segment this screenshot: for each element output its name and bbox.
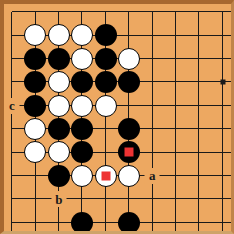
grid-line bbox=[152, 198, 164, 199]
grid-line bbox=[175, 187, 176, 199]
grid-line bbox=[175, 199, 176, 211]
white-stone bbox=[48, 95, 70, 117]
grid-line bbox=[187, 175, 199, 176]
grid-line bbox=[211, 58, 223, 59]
board-cell[interactable] bbox=[141, 117, 164, 140]
board-cell[interactable] bbox=[117, 117, 140, 140]
board-cell[interactable] bbox=[24, 117, 47, 140]
black-stone bbox=[24, 95, 46, 117]
board-cell[interactable] bbox=[94, 0, 117, 23]
grid-line bbox=[11, 59, 12, 71]
grid-line bbox=[199, 81, 211, 82]
grid-line bbox=[222, 176, 223, 188]
black-stone bbox=[118, 212, 140, 234]
board-cell[interactable] bbox=[24, 70, 47, 93]
grid-line bbox=[164, 198, 176, 199]
grid-line bbox=[222, 47, 223, 59]
board-cell[interactable] bbox=[47, 70, 70, 93]
grid-line bbox=[11, 211, 12, 223]
board-cell[interactable] bbox=[164, 0, 187, 23]
grid-line bbox=[211, 11, 223, 12]
grid-line bbox=[176, 175, 188, 176]
board-cell[interactable] bbox=[211, 187, 234, 210]
board-cell[interactable] bbox=[141, 70, 164, 93]
grid-line bbox=[164, 222, 176, 223]
grid-line bbox=[164, 58, 176, 59]
grid-line bbox=[12, 81, 24, 82]
grid-line bbox=[152, 35, 153, 47]
grid-line bbox=[105, 211, 106, 223]
white-stone bbox=[118, 48, 140, 70]
grid-line bbox=[175, 164, 176, 176]
grid-line bbox=[35, 198, 47, 199]
white-stone bbox=[71, 165, 93, 187]
grid-line bbox=[176, 105, 188, 106]
grid-line bbox=[94, 128, 106, 129]
grid-line bbox=[152, 82, 153, 94]
white-stone bbox=[71, 48, 93, 70]
board-cell[interactable] bbox=[211, 70, 234, 93]
grid-line bbox=[223, 35, 234, 36]
grid-line bbox=[198, 24, 199, 36]
board-cell[interactable] bbox=[24, 24, 47, 47]
grid-line bbox=[81, 199, 82, 211]
board-cell[interactable] bbox=[47, 117, 70, 140]
board-cell[interactable] bbox=[94, 94, 117, 117]
board-cell[interactable] bbox=[187, 187, 210, 210]
grid-line bbox=[12, 222, 24, 223]
black-stone bbox=[24, 71, 46, 93]
grid-line bbox=[35, 176, 36, 188]
board-cell[interactable] bbox=[94, 117, 117, 140]
grid-line bbox=[164, 81, 176, 82]
board-cell[interactable] bbox=[47, 164, 70, 187]
grid-line bbox=[152, 81, 164, 82]
board-cell[interactable] bbox=[117, 164, 140, 187]
grid-line bbox=[222, 223, 223, 234]
grid-line bbox=[152, 129, 153, 141]
grid-line bbox=[152, 70, 153, 82]
grid-line bbox=[198, 223, 199, 234]
grid-line bbox=[106, 198, 118, 199]
grid-line bbox=[198, 187, 199, 199]
grid-line bbox=[152, 223, 153, 234]
board-cell[interactable] bbox=[0, 24, 23, 47]
board-cell[interactable] bbox=[0, 211, 23, 234]
board-cell[interactable] bbox=[211, 141, 234, 164]
grid-line bbox=[175, 24, 176, 36]
board-cell[interactable] bbox=[94, 47, 117, 70]
board-cell[interactable] bbox=[24, 164, 47, 187]
grid-line bbox=[164, 11, 176, 12]
grid-line bbox=[211, 35, 223, 36]
grid-line bbox=[35, 164, 36, 176]
board-cell[interactable] bbox=[164, 187, 187, 210]
black-stone bbox=[71, 118, 93, 140]
board-cell[interactable] bbox=[211, 164, 234, 187]
board-cell[interactable] bbox=[47, 0, 70, 23]
grid-line bbox=[11, 12, 12, 24]
grid-line bbox=[152, 47, 153, 59]
grid-line bbox=[35, 199, 36, 211]
grid-line bbox=[175, 223, 176, 234]
grid-line bbox=[176, 11, 188, 12]
grid-line bbox=[141, 128, 153, 129]
grid-line bbox=[47, 222, 59, 223]
grid-line bbox=[211, 222, 223, 223]
grid-line bbox=[199, 35, 211, 36]
board-cell[interactable] bbox=[47, 47, 70, 70]
board-cell[interactable] bbox=[211, 117, 234, 140]
board-cell[interactable] bbox=[141, 94, 164, 117]
board-cell[interactable] bbox=[94, 187, 117, 210]
grid-line bbox=[198, 106, 199, 118]
grid-line bbox=[152, 187, 153, 199]
grid-line bbox=[187, 105, 199, 106]
board-cell[interactable] bbox=[0, 141, 23, 164]
grid-line bbox=[222, 12, 223, 24]
grid-line bbox=[141, 11, 153, 12]
grid-line bbox=[187, 11, 199, 12]
grid-line bbox=[223, 152, 234, 153]
black-stone bbox=[48, 118, 70, 140]
grid-line bbox=[175, 82, 176, 94]
black-stone bbox=[118, 71, 140, 93]
grid-line bbox=[198, 152, 199, 164]
board-cell[interactable] bbox=[70, 211, 93, 234]
grid-line bbox=[175, 141, 176, 153]
grid-line bbox=[106, 222, 118, 223]
grid-line bbox=[12, 58, 24, 59]
grid-line bbox=[198, 70, 199, 82]
board-cell[interactable] bbox=[70, 117, 93, 140]
grid-line bbox=[175, 176, 176, 188]
board-cell[interactable]: b bbox=[47, 187, 70, 210]
black-stone bbox=[48, 165, 70, 187]
grid-line bbox=[11, 164, 12, 176]
board-cell[interactable] bbox=[117, 70, 140, 93]
grid-line bbox=[175, 117, 176, 129]
grid-line bbox=[24, 198, 36, 199]
board-cell[interactable] bbox=[187, 24, 210, 47]
board-cell[interactable]: a bbox=[141, 164, 164, 187]
grid-line bbox=[175, 94, 176, 106]
board-cell[interactable] bbox=[141, 141, 164, 164]
board-cell[interactable] bbox=[24, 141, 47, 164]
grid-line bbox=[141, 222, 153, 223]
grid-line bbox=[199, 222, 211, 223]
grid-line bbox=[198, 164, 199, 176]
grid-line bbox=[58, 223, 59, 234]
grid-line bbox=[211, 175, 223, 176]
board-cell[interactable] bbox=[24, 94, 47, 117]
go-board-grid: cab bbox=[0, 0, 234, 234]
grid-line bbox=[222, 59, 223, 71]
board-cell[interactable] bbox=[94, 141, 117, 164]
grid-line bbox=[176, 222, 188, 223]
grid-line bbox=[12, 128, 24, 129]
red-square-marker bbox=[101, 171, 110, 180]
black-stone bbox=[48, 48, 70, 70]
board-cell[interactable] bbox=[0, 70, 23, 93]
grid-line bbox=[11, 141, 12, 153]
white-stone bbox=[71, 24, 93, 46]
board-cell[interactable] bbox=[94, 211, 117, 234]
white-stone bbox=[95, 95, 117, 117]
grid-line bbox=[141, 152, 153, 153]
grid-line bbox=[199, 128, 211, 129]
board-cell[interactable] bbox=[117, 94, 140, 117]
grid-line bbox=[222, 117, 223, 129]
grid-line bbox=[11, 35, 12, 47]
grid-line bbox=[164, 152, 176, 153]
grid-line bbox=[176, 81, 188, 82]
grid-line bbox=[117, 105, 129, 106]
grid-line bbox=[152, 222, 164, 223]
grid-line bbox=[70, 198, 82, 199]
board-cell[interactable] bbox=[70, 24, 93, 47]
board-cell[interactable] bbox=[187, 141, 210, 164]
board-cell[interactable] bbox=[187, 94, 210, 117]
black-stone bbox=[71, 141, 93, 163]
grid-line bbox=[141, 58, 153, 59]
grid-line bbox=[35, 11, 47, 12]
grid-line bbox=[94, 222, 106, 223]
grid-line bbox=[198, 59, 199, 71]
board-cell[interactable] bbox=[47, 141, 70, 164]
grid-line bbox=[58, 211, 59, 223]
grid-line bbox=[35, 223, 36, 234]
board-cell[interactable] bbox=[0, 117, 23, 140]
board-cell[interactable] bbox=[211, 94, 234, 117]
board-cell[interactable] bbox=[70, 187, 93, 210]
grid-line bbox=[198, 12, 199, 24]
grid-line bbox=[176, 198, 188, 199]
black-stone bbox=[95, 24, 117, 46]
board-cell[interactable] bbox=[187, 211, 210, 234]
board-cell[interactable] bbox=[141, 0, 164, 23]
grid-line bbox=[222, 129, 223, 141]
white-stone bbox=[24, 141, 46, 163]
star-point bbox=[220, 80, 225, 85]
grid-line bbox=[11, 117, 12, 129]
grid-line bbox=[152, 141, 153, 153]
grid-line bbox=[187, 35, 199, 36]
grid-line bbox=[106, 11, 118, 12]
board-cell[interactable] bbox=[0, 187, 23, 210]
board-cell[interactable] bbox=[117, 211, 140, 234]
grid-line bbox=[223, 222, 234, 223]
board-cell[interactable] bbox=[0, 47, 23, 70]
grid-line bbox=[199, 11, 211, 12]
black-stone bbox=[118, 118, 140, 140]
grid-line bbox=[223, 58, 234, 59]
grid-line bbox=[128, 12, 129, 24]
board-cell[interactable]: c bbox=[0, 94, 23, 117]
board-cell[interactable] bbox=[94, 70, 117, 93]
grid-line bbox=[222, 106, 223, 118]
board-cell[interactable] bbox=[70, 70, 93, 93]
board-cell[interactable] bbox=[141, 211, 164, 234]
grid-line bbox=[187, 198, 199, 199]
grid-line bbox=[128, 35, 129, 47]
grid-line bbox=[175, 47, 176, 59]
grid-line bbox=[175, 106, 176, 118]
board-cell[interactable] bbox=[187, 47, 210, 70]
board-cell[interactable] bbox=[164, 70, 187, 93]
grid-line bbox=[94, 11, 106, 12]
grid-line bbox=[24, 175, 36, 176]
point-label-c: c bbox=[5, 98, 20, 114]
grid-line bbox=[175, 59, 176, 71]
board-cell[interactable] bbox=[141, 187, 164, 210]
grid-line bbox=[11, 223, 12, 234]
board-cell[interactable] bbox=[70, 164, 93, 187]
board-cell[interactable] bbox=[141, 47, 164, 70]
grid-line bbox=[129, 11, 141, 12]
board-cell[interactable] bbox=[117, 24, 140, 47]
point-label-a: a bbox=[145, 168, 160, 184]
grid-line bbox=[211, 198, 223, 199]
grid-line bbox=[198, 47, 199, 59]
grid-line bbox=[11, 176, 12, 188]
grid-line bbox=[11, 129, 12, 141]
grid-line bbox=[12, 152, 24, 153]
grid-line bbox=[223, 105, 234, 106]
grid-line bbox=[164, 105, 176, 106]
black-stone bbox=[71, 212, 93, 234]
board-cell[interactable] bbox=[187, 117, 210, 140]
black-stone bbox=[24, 48, 46, 70]
grid-line bbox=[222, 199, 223, 211]
red-square-marker bbox=[124, 148, 133, 157]
board-cell[interactable] bbox=[70, 94, 93, 117]
board-cell[interactable] bbox=[164, 164, 187, 187]
grid-line bbox=[176, 128, 188, 129]
board-cell[interactable] bbox=[211, 24, 234, 47]
grid-line bbox=[35, 187, 36, 199]
grid-line bbox=[128, 24, 129, 36]
grid-line bbox=[187, 81, 199, 82]
board-cell[interactable] bbox=[187, 70, 210, 93]
grid-line bbox=[152, 12, 153, 24]
board-cell[interactable] bbox=[47, 94, 70, 117]
white-stone bbox=[118, 165, 140, 187]
board-cell[interactable] bbox=[211, 0, 234, 23]
grid-line bbox=[152, 106, 153, 118]
grid-line bbox=[211, 128, 223, 129]
board-cell[interactable] bbox=[70, 47, 93, 70]
white-stone bbox=[95, 165, 117, 187]
grid-line bbox=[175, 70, 176, 82]
grid-line bbox=[222, 24, 223, 36]
grid-line bbox=[223, 198, 234, 199]
grid-line bbox=[199, 175, 211, 176]
grid-line bbox=[94, 198, 106, 199]
grid-line bbox=[117, 35, 129, 36]
grid-line bbox=[176, 58, 188, 59]
grid-line bbox=[198, 117, 199, 129]
board-cell[interactable] bbox=[211, 47, 234, 70]
grid-line bbox=[211, 105, 223, 106]
board-cell[interactable] bbox=[211, 211, 234, 234]
grid-line bbox=[199, 198, 211, 199]
go-board-diagram: cab bbox=[0, 0, 234, 234]
grid-line bbox=[152, 24, 153, 36]
grid-line bbox=[175, 35, 176, 47]
board-cell[interactable] bbox=[164, 141, 187, 164]
board-cell[interactable] bbox=[164, 94, 187, 117]
board-cell[interactable] bbox=[164, 47, 187, 70]
grid-line bbox=[128, 187, 129, 199]
white-stone bbox=[71, 95, 93, 117]
board-cell[interactable] bbox=[164, 117, 187, 140]
grid-line bbox=[222, 164, 223, 176]
board-cell[interactable] bbox=[164, 24, 187, 47]
grid-line bbox=[82, 198, 94, 199]
board-cell[interactable] bbox=[141, 24, 164, 47]
grid-line bbox=[117, 198, 129, 199]
grid-line bbox=[222, 211, 223, 223]
board-cell[interactable] bbox=[94, 164, 117, 187]
board-cell[interactable] bbox=[187, 164, 210, 187]
board-cell[interactable] bbox=[47, 24, 70, 47]
board-cell[interactable] bbox=[70, 0, 93, 23]
board-cell[interactable] bbox=[117, 0, 140, 23]
grid-line bbox=[12, 11, 24, 12]
board-cell[interactable] bbox=[70, 141, 93, 164]
grid-line bbox=[35, 12, 36, 24]
grid-line bbox=[11, 187, 12, 199]
grid-line bbox=[152, 11, 164, 12]
board-cell[interactable] bbox=[94, 24, 117, 47]
white-stone bbox=[48, 141, 70, 163]
board-cell[interactable] bbox=[24, 0, 47, 23]
board-cell[interactable] bbox=[187, 0, 210, 23]
grid-line bbox=[81, 187, 82, 199]
grid-line bbox=[82, 11, 94, 12]
grid-line bbox=[141, 105, 153, 106]
grid-line bbox=[129, 35, 141, 36]
board-cell[interactable] bbox=[24, 211, 47, 234]
black-stone bbox=[95, 48, 117, 70]
grid-line bbox=[198, 35, 199, 47]
grid-line bbox=[152, 152, 164, 153]
white-stone bbox=[48, 24, 70, 46]
board-cell[interactable] bbox=[117, 47, 140, 70]
board-cell[interactable] bbox=[117, 187, 140, 210]
grid-line bbox=[175, 129, 176, 141]
board-cell[interactable] bbox=[0, 0, 23, 23]
grid-line bbox=[222, 35, 223, 47]
grid-line bbox=[11, 152, 12, 164]
board-cell[interactable] bbox=[24, 187, 47, 210]
grid-line bbox=[129, 198, 141, 199]
grid-line bbox=[152, 152, 153, 164]
grid-line bbox=[24, 222, 36, 223]
board-cell[interactable] bbox=[117, 141, 140, 164]
board-cell[interactable] bbox=[47, 211, 70, 234]
grid-line bbox=[187, 152, 199, 153]
grid-line bbox=[105, 129, 106, 141]
grid-line bbox=[222, 187, 223, 199]
grid-line bbox=[35, 175, 47, 176]
board-cell[interactable] bbox=[24, 47, 47, 70]
board-cell[interactable] bbox=[164, 211, 187, 234]
board-cell[interactable] bbox=[0, 164, 23, 187]
grid-line bbox=[106, 128, 118, 129]
grid-line bbox=[187, 222, 199, 223]
